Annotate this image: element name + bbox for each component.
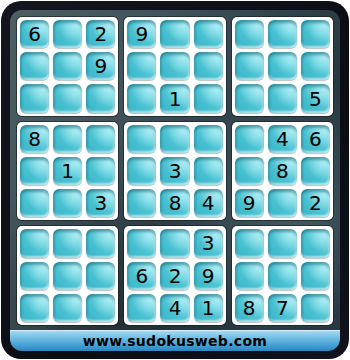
cell-r4c9[interactable]: 6 bbox=[301, 125, 330, 153]
cell-r7c8[interactable] bbox=[268, 229, 297, 257]
cell-r5c2[interactable]: 1 bbox=[53, 157, 82, 185]
cell-r6c4[interactable] bbox=[127, 189, 156, 217]
cell-r7c6[interactable]: 3 bbox=[194, 229, 223, 257]
cell-r5c3[interactable] bbox=[86, 157, 115, 185]
cell-r5c8[interactable]: 8 bbox=[268, 157, 297, 185]
cell-r8c2[interactable] bbox=[53, 262, 82, 290]
cell-r4c1[interactable]: 8 bbox=[20, 125, 49, 153]
cell-r1c1[interactable]: 6 bbox=[20, 20, 49, 48]
cell-r7c5[interactable] bbox=[160, 229, 189, 257]
cell-r1c5[interactable] bbox=[160, 20, 189, 48]
cell-r4c8[interactable]: 4 bbox=[268, 125, 297, 153]
cell-r3c4[interactable] bbox=[127, 84, 156, 112]
box-r1c3: 5 bbox=[232, 17, 333, 116]
cell-r1c3[interactable]: 2 bbox=[86, 20, 115, 48]
box-r3c2: 362941 bbox=[124, 226, 225, 325]
box-r3c1 bbox=[17, 226, 118, 325]
footer-bar: www.sudokusweb.com bbox=[10, 330, 340, 351]
box-r2c3: 46892 bbox=[232, 122, 333, 221]
cell-r8c8[interactable] bbox=[268, 262, 297, 290]
cell-r3c9[interactable]: 5 bbox=[301, 84, 330, 112]
cell-r7c1[interactable] bbox=[20, 229, 49, 257]
cell-r3c3[interactable] bbox=[86, 84, 115, 112]
box-r2c1: 813 bbox=[17, 122, 118, 221]
cell-r7c3[interactable] bbox=[86, 229, 115, 257]
sudoku-grid: 6299158133844689236294187 bbox=[10, 10, 340, 330]
cell-r9c6[interactable]: 1 bbox=[194, 294, 223, 322]
cell-r2c4[interactable] bbox=[127, 52, 156, 80]
cell-r1c7[interactable] bbox=[235, 20, 264, 48]
cell-r7c7[interactable] bbox=[235, 229, 264, 257]
cell-r8c4[interactable]: 6 bbox=[127, 262, 156, 290]
cell-r8c9[interactable] bbox=[301, 262, 330, 290]
cell-r5c5[interactable]: 3 bbox=[160, 157, 189, 185]
cell-r5c4[interactable] bbox=[127, 157, 156, 185]
box-r1c1: 629 bbox=[17, 17, 118, 116]
box-r2c2: 384 bbox=[124, 122, 225, 221]
cell-r3c8[interactable] bbox=[268, 84, 297, 112]
cell-r2c7[interactable] bbox=[235, 52, 264, 80]
cell-r1c6[interactable] bbox=[194, 20, 223, 48]
cell-r9c3[interactable] bbox=[86, 294, 115, 322]
cell-r9c5[interactable]: 4 bbox=[160, 294, 189, 322]
cell-r9c9[interactable] bbox=[301, 294, 330, 322]
cell-r1c8[interactable] bbox=[268, 20, 297, 48]
cell-r5c1[interactable] bbox=[20, 157, 49, 185]
cell-r5c9[interactable] bbox=[301, 157, 330, 185]
cell-r4c2[interactable] bbox=[53, 125, 82, 153]
cell-r1c4[interactable]: 9 bbox=[127, 20, 156, 48]
cell-r3c5[interactable]: 1 bbox=[160, 84, 189, 112]
cell-r8c3[interactable] bbox=[86, 262, 115, 290]
cell-r8c1[interactable] bbox=[20, 262, 49, 290]
cell-r9c8[interactable]: 7 bbox=[268, 294, 297, 322]
box-r1c2: 91 bbox=[124, 17, 225, 116]
cell-r9c2[interactable] bbox=[53, 294, 82, 322]
cell-r8c5[interactable]: 2 bbox=[160, 262, 189, 290]
cell-r2c8[interactable] bbox=[268, 52, 297, 80]
cell-r2c2[interactable] bbox=[53, 52, 82, 80]
cell-r3c1[interactable] bbox=[20, 84, 49, 112]
cell-r8c7[interactable] bbox=[235, 262, 264, 290]
cell-r9c1[interactable] bbox=[20, 294, 49, 322]
cell-r5c6[interactable] bbox=[194, 157, 223, 185]
cell-r6c7[interactable]: 9 bbox=[235, 189, 264, 217]
cell-r3c2[interactable] bbox=[53, 84, 82, 112]
cell-r5c7[interactable] bbox=[235, 157, 264, 185]
cell-r7c9[interactable] bbox=[301, 229, 330, 257]
cell-r4c6[interactable] bbox=[194, 125, 223, 153]
cell-r9c7[interactable]: 8 bbox=[235, 294, 264, 322]
cell-r7c4[interactable] bbox=[127, 229, 156, 257]
cell-r6c9[interactable]: 2 bbox=[301, 189, 330, 217]
cell-r6c2[interactable] bbox=[53, 189, 82, 217]
cell-r4c3[interactable] bbox=[86, 125, 115, 153]
cell-r2c5[interactable] bbox=[160, 52, 189, 80]
cell-r4c5[interactable] bbox=[160, 125, 189, 153]
cell-r9c4[interactable] bbox=[127, 294, 156, 322]
cell-r1c2[interactable] bbox=[53, 20, 82, 48]
cell-r3c7[interactable] bbox=[235, 84, 264, 112]
board-background: 6299158133844689236294187 www.sudokusweb… bbox=[10, 10, 340, 351]
cell-r3c6[interactable] bbox=[194, 84, 223, 112]
cell-r6c5[interactable]: 8 bbox=[160, 189, 189, 217]
cell-r6c8[interactable] bbox=[268, 189, 297, 217]
site-url[interactable]: www.sudokusweb.com bbox=[83, 333, 267, 349]
cell-r1c9[interactable] bbox=[301, 20, 330, 48]
cell-r6c1[interactable] bbox=[20, 189, 49, 217]
cell-r4c7[interactable] bbox=[235, 125, 264, 153]
box-r3c3: 87 bbox=[232, 226, 333, 325]
cell-r8c6[interactable]: 9 bbox=[194, 262, 223, 290]
cell-r7c2[interactable] bbox=[53, 229, 82, 257]
board-frame: 6299158133844689236294187 www.sudokusweb… bbox=[1, 1, 349, 359]
cell-r2c9[interactable] bbox=[301, 52, 330, 80]
cell-r6c6[interactable]: 4 bbox=[194, 189, 223, 217]
cell-r2c3[interactable]: 9 bbox=[86, 52, 115, 80]
cell-r2c6[interactable] bbox=[194, 52, 223, 80]
cell-r6c3[interactable]: 3 bbox=[86, 189, 115, 217]
cell-r2c1[interactable] bbox=[20, 52, 49, 80]
cell-r4c4[interactable] bbox=[127, 125, 156, 153]
